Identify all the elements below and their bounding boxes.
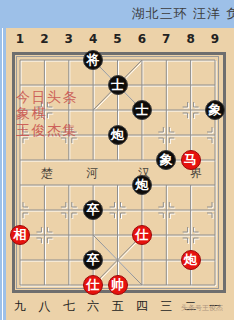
- file-label-bottom: 七: [61, 299, 77, 313]
- file-label-top: 1: [12, 32, 28, 46]
- watermark-line2: 象棋: [16, 105, 47, 123]
- watermark-corner: 头条号王俊杰: [181, 303, 223, 313]
- xiangqi-diagram: 湖北三环 汪洋 负 123456789 九八七六五四三二一 楚河汉界 将士士象炮…: [0, 0, 234, 320]
- watermark-line3: 王俊杰集: [16, 122, 78, 140]
- piece-black-soldier[interactable]: 卒: [83, 250, 103, 270]
- piece-red-advisor[interactable]: 仕: [132, 225, 152, 245]
- piece-black-advisor[interactable]: 士: [108, 75, 128, 95]
- file-label-top: 5: [110, 32, 126, 46]
- piece-red-general[interactable]: 帅: [108, 275, 128, 295]
- file-label-bottom: 八: [36, 299, 52, 313]
- file-label-top: 7: [158, 32, 174, 46]
- file-label-top: 6: [134, 32, 150, 46]
- file-label-top: 3: [61, 32, 77, 46]
- file-label-bottom: 三: [158, 299, 174, 313]
- river-char: 楚: [41, 165, 53, 182]
- piece-red-advisor[interactable]: 仕: [83, 275, 103, 295]
- piece-black-soldier[interactable]: 卒: [83, 200, 103, 220]
- file-label-bottom: 四: [134, 299, 150, 313]
- file-label-top: 8: [183, 32, 199, 46]
- piece-black-general[interactable]: 将: [83, 50, 103, 70]
- file-label-bottom: 九: [12, 299, 28, 313]
- piece-red-horse[interactable]: 马: [181, 150, 201, 170]
- piece-black-cannon[interactable]: 炮: [132, 175, 152, 195]
- piece-black-advisor[interactable]: 士: [132, 100, 152, 120]
- river-char: 河: [86, 165, 98, 182]
- file-label-top: 2: [36, 32, 52, 46]
- piece-black-elephant[interactable]: 象: [205, 100, 225, 120]
- file-label-top: 9: [207, 32, 223, 46]
- piece-black-cannon[interactable]: 炮: [108, 125, 128, 145]
- file-label-bottom: 六: [85, 299, 101, 313]
- file-label-bottom: 五: [110, 299, 126, 313]
- file-label-top: 4: [85, 32, 101, 46]
- piece-red-elephant[interactable]: 相: [10, 225, 30, 245]
- piece-red-cannon[interactable]: 炮: [181, 250, 201, 270]
